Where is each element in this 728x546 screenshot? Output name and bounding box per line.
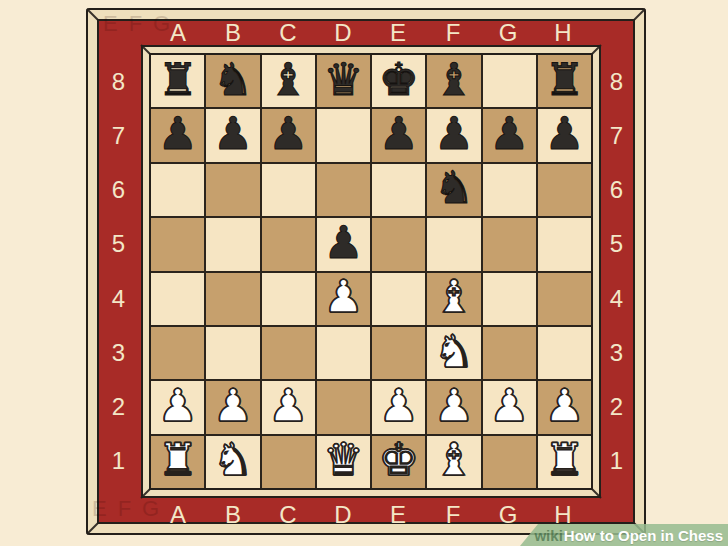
square-h8: ♜ <box>538 55 591 107</box>
square-b3 <box>206 327 259 379</box>
white-pawn-b2: ♟ <box>213 383 253 428</box>
file-label-g-bottom: G <box>481 500 536 530</box>
rank-labels-left: 87654321 <box>99 55 139 488</box>
square-f1: ♝ <box>427 436 480 488</box>
square-d2 <box>317 381 370 433</box>
square-g2: ♟ <box>483 381 536 433</box>
square-e4 <box>372 273 425 325</box>
square-f5 <box>427 218 480 270</box>
square-h5 <box>538 218 591 270</box>
rank-label-5-left: 5 <box>99 217 139 271</box>
white-knight-b1: ♞ <box>213 437 253 482</box>
square-d5: ♟ <box>317 218 370 270</box>
square-e6 <box>372 164 425 216</box>
white-pawn-e2: ♟ <box>378 383 418 428</box>
square-e1: ♚ <box>372 436 425 488</box>
square-c8: ♝ <box>262 55 315 107</box>
square-g3 <box>483 327 536 379</box>
rank-label-6-left: 6 <box>99 163 139 217</box>
square-b7: ♟ <box>206 109 259 161</box>
black-knight-f6: ♞ <box>434 165 474 210</box>
black-king-e8: ♚ <box>378 57 418 102</box>
file-label-f-bottom: F <box>426 500 481 530</box>
file-label-c-top: C <box>261 18 316 48</box>
square-c6 <box>262 164 315 216</box>
board-frame: ♜♞♝♛♚♝♜♟♟♟♟♟♟♟♞♟♟♝♞♟♟♟♟♟♟♟♜♞♛♚♝♜ <box>86 8 646 535</box>
square-a8: ♜ <box>151 55 204 107</box>
black-bishop-f8: ♝ <box>434 57 474 102</box>
square-c7: ♟ <box>262 109 315 161</box>
square-h1: ♜ <box>538 436 591 488</box>
white-rook-h1: ♜ <box>544 437 584 482</box>
black-rook-a8: ♜ <box>157 57 197 102</box>
square-h4 <box>538 273 591 325</box>
file-label-e-bottom: E <box>371 500 426 530</box>
watermark-brand: wiki <box>534 527 562 544</box>
white-bishop-f4: ♝ <box>434 274 474 319</box>
white-king-e1: ♚ <box>378 437 418 482</box>
white-pawn-h2: ♟ <box>544 383 584 428</box>
black-pawn-c7: ♟ <box>268 111 308 156</box>
square-d3 <box>317 327 370 379</box>
black-pawn-g7: ♟ <box>489 111 529 156</box>
square-d7 <box>317 109 370 161</box>
chess-board: ♜♞♝♛♚♝♜♟♟♟♟♟♟♟♞♟♟♝♞♟♟♟♟♟♟♟♜♞♛♚♝♜ <box>149 53 593 490</box>
white-knight-f3: ♞ <box>434 329 474 374</box>
file-label-d-bottom: D <box>316 500 371 530</box>
black-knight-b8: ♞ <box>213 57 253 102</box>
rank-label-4-left: 4 <box>99 272 139 326</box>
file-label-a-top: A <box>151 18 206 48</box>
rank-labels-right: 87654321 <box>599 55 635 488</box>
square-b5 <box>206 218 259 270</box>
black-pawn-b7: ♟ <box>213 111 253 156</box>
square-c3 <box>262 327 315 379</box>
black-pawn-h7: ♟ <box>544 111 584 156</box>
file-label-g-top: G <box>481 18 536 48</box>
square-f2: ♟ <box>427 381 480 433</box>
watermark-title: How to Open in Chess <box>564 527 723 544</box>
file-label-f-top: F <box>426 18 481 48</box>
white-pawn-a2: ♟ <box>157 383 197 428</box>
board-red-border: ♜♞♝♛♚♝♜♟♟♟♟♟♟♟♞♟♟♝♞♟♟♟♟♟♟♟♜♞♛♚♝♜ <box>97 19 635 524</box>
square-a3 <box>151 327 204 379</box>
square-e3 <box>372 327 425 379</box>
square-b2: ♟ <box>206 381 259 433</box>
white-pawn-c2: ♟ <box>268 383 308 428</box>
square-g6 <box>483 164 536 216</box>
square-h7: ♟ <box>538 109 591 161</box>
white-rook-a1: ♜ <box>157 437 197 482</box>
rank-label-6-right: 6 <box>599 163 635 217</box>
square-g5 <box>483 218 536 270</box>
square-f8: ♝ <box>427 55 480 107</box>
square-b1: ♞ <box>206 436 259 488</box>
white-pawn-f2: ♟ <box>434 383 474 428</box>
square-c1 <box>262 436 315 488</box>
file-label-b-top: B <box>206 18 261 48</box>
white-pawn-g2: ♟ <box>489 383 529 428</box>
file-label-b-bottom: B <box>206 500 261 530</box>
square-c2: ♟ <box>262 381 315 433</box>
square-c4 <box>262 273 315 325</box>
file-label-a-bottom: A <box>151 500 206 530</box>
square-b8: ♞ <box>206 55 259 107</box>
square-h2: ♟ <box>538 381 591 433</box>
square-c5 <box>262 218 315 270</box>
rank-label-1-left: 1 <box>99 434 139 488</box>
square-d8: ♛ <box>317 55 370 107</box>
square-e2: ♟ <box>372 381 425 433</box>
square-e8: ♚ <box>372 55 425 107</box>
square-a6 <box>151 164 204 216</box>
wikihow-watermark: wiki How to Open in Chess <box>520 524 728 546</box>
board-inner-bevel: ♜♞♝♛♚♝♜♟♟♟♟♟♟♟♞♟♟♝♞♟♟♟♟♟♟♟♜♞♛♚♝♜ <box>141 45 601 498</box>
rank-label-1-right: 1 <box>599 434 635 488</box>
file-label-c-bottom: C <box>261 500 316 530</box>
file-label-d-top: D <box>316 18 371 48</box>
rank-label-8-left: 8 <box>99 55 139 109</box>
white-queen-d1: ♛ <box>323 437 363 482</box>
square-g1 <box>483 436 536 488</box>
rank-label-2-right: 2 <box>599 380 635 434</box>
square-d1: ♛ <box>317 436 370 488</box>
square-h3 <box>538 327 591 379</box>
black-pawn-e7: ♟ <box>378 111 418 156</box>
file-label-e-top: E <box>371 18 426 48</box>
square-a5 <box>151 218 204 270</box>
rank-label-7-left: 7 <box>99 109 139 163</box>
square-a4 <box>151 273 204 325</box>
rank-label-4-right: 4 <box>599 272 635 326</box>
square-g7: ♟ <box>483 109 536 161</box>
file-labels-top: ABCDEFGH <box>151 18 591 48</box>
square-e5 <box>372 218 425 270</box>
square-e7: ♟ <box>372 109 425 161</box>
square-f7: ♟ <box>427 109 480 161</box>
rank-label-8-right: 8 <box>599 55 635 109</box>
rank-label-5-right: 5 <box>599 217 635 271</box>
black-pawn-a7: ♟ <box>157 111 197 156</box>
square-g8 <box>483 55 536 107</box>
square-g4 <box>483 273 536 325</box>
black-rook-h8: ♜ <box>544 57 584 102</box>
square-f4: ♝ <box>427 273 480 325</box>
file-labels-bottom: ABCDEFGH <box>151 500 591 530</box>
black-bishop-c8: ♝ <box>268 57 308 102</box>
square-d6 <box>317 164 370 216</box>
rank-label-7-right: 7 <box>599 109 635 163</box>
white-pawn-d4: ♟ <box>323 274 363 319</box>
rank-label-3-right: 3 <box>599 326 635 380</box>
black-pawn-f7: ♟ <box>434 111 474 156</box>
black-queen-d8: ♛ <box>323 57 363 102</box>
rank-label-3-left: 3 <box>99 326 139 380</box>
rank-label-2-left: 2 <box>99 380 139 434</box>
white-bishop-f1: ♝ <box>434 437 474 482</box>
square-f3: ♞ <box>427 327 480 379</box>
file-label-h-top: H <box>536 18 591 48</box>
square-b4 <box>206 273 259 325</box>
square-a2: ♟ <box>151 381 204 433</box>
square-h6 <box>538 164 591 216</box>
black-pawn-d5: ♟ <box>323 220 363 265</box>
square-b6 <box>206 164 259 216</box>
square-a1: ♜ <box>151 436 204 488</box>
square-f6: ♞ <box>427 164 480 216</box>
illustration-canvas: ♜♞♝♛♚♝♜♟♟♟♟♟♟♟♞♟♟♝♞♟♟♟♟♟♟♟♜♞♛♚♝♜ ABCDEFG… <box>0 0 728 546</box>
square-a7: ♟ <box>151 109 204 161</box>
square-d4: ♟ <box>317 273 370 325</box>
